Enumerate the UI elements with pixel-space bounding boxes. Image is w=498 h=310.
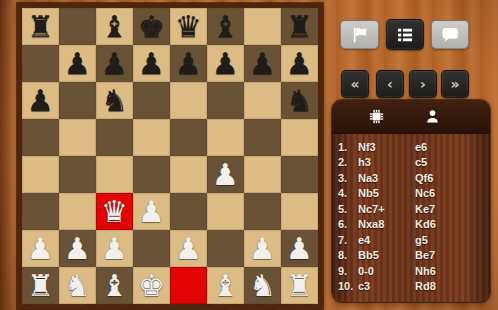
move-number: 3. — [332, 172, 353, 184]
white-knight: ♞ — [249, 267, 276, 304]
square-e3[interactable] — [170, 193, 207, 230]
square-b6[interactable] — [59, 82, 96, 119]
move-number: 10. — [332, 280, 353, 292]
square-f6[interactable] — [207, 82, 244, 119]
white-pawn: ♟ — [212, 156, 239, 193]
square-h3[interactable] — [281, 193, 318, 230]
move-number: 1. — [332, 141, 353, 153]
move-row: 7.e4g5 — [332, 232, 490, 248]
square-c7[interactable]: ♟ — [96, 45, 133, 82]
previous-move-button[interactable]: ‹ — [376, 70, 404, 98]
square-e2[interactable]: ♟ — [170, 230, 207, 267]
chat-bubble-icon — [440, 25, 460, 45]
square-f8[interactable]: ♝ — [207, 8, 244, 45]
white-move[interactable]: h3 — [353, 156, 413, 168]
move-number: 8. — [332, 249, 353, 261]
square-d5[interactable] — [133, 119, 170, 156]
move-number: 9. — [332, 265, 353, 277]
white-move[interactable]: Nc7+ — [353, 203, 413, 215]
square-g5[interactable] — [244, 119, 281, 156]
white-rook: ♜ — [286, 267, 313, 304]
square-g6[interactable] — [244, 82, 281, 119]
square-b2[interactable]: ♟ — [59, 230, 96, 267]
black-pawn: ♟ — [175, 45, 202, 82]
square-a2[interactable]: ♟ — [22, 230, 59, 267]
move-number: 5. — [332, 203, 353, 215]
black-move[interactable]: Ke7 — [413, 203, 490, 215]
square-d7[interactable]: ♟ — [133, 45, 170, 82]
white-pawn: ♟ — [175, 230, 202, 267]
white-move[interactable]: Nf3 — [353, 141, 413, 153]
square-e6[interactable] — [170, 82, 207, 119]
square-b5[interactable] — [59, 119, 96, 156]
white-knight: ♞ — [64, 267, 91, 304]
black-rook: ♜ — [286, 8, 313, 45]
black-pawn: ♟ — [286, 45, 313, 82]
white-rook: ♜ — [27, 267, 54, 304]
square-e5[interactable] — [170, 119, 207, 156]
black-move[interactable]: Nc6 — [413, 187, 490, 199]
square-f5[interactable] — [207, 119, 244, 156]
black-pawn: ♟ — [101, 45, 128, 82]
square-d8[interactable]: ♚ — [133, 8, 170, 45]
flag-icon — [350, 25, 370, 45]
white-move[interactable]: Bb5 — [353, 249, 413, 261]
square-e7[interactable]: ♟ — [170, 45, 207, 82]
white-bishop: ♝ — [101, 267, 128, 304]
black-move[interactable]: e6 — [413, 141, 490, 153]
black-move[interactable]: Nh6 — [413, 265, 490, 277]
black-king: ♚ — [138, 8, 165, 45]
chess-board: ♜♝♚♛♝♜♟♟♟♟♟♟♟♟♞♞♟♛♟♟♟♟♟♟♟♜♞♝♚♝♞♜ — [17, 3, 323, 309]
square-d3[interactable]: ♟ — [133, 193, 170, 230]
square-g3[interactable] — [244, 193, 281, 230]
square-a6[interactable]: ♟ — [22, 82, 59, 119]
square-b1[interactable]: ♞ — [59, 267, 96, 304]
move-list: 1.Nf3e62.h3c53.Na3Qf64.Nb5Nc65.Nc7+Ke76.… — [332, 134, 490, 294]
square-c3[interactable]: ♛ — [96, 193, 133, 230]
black-rook: ♜ — [27, 8, 54, 45]
black-bishop: ♝ — [101, 8, 128, 45]
square-g7[interactable]: ♟ — [244, 45, 281, 82]
square-d4[interactable] — [133, 156, 170, 193]
square-f1[interactable]: ♝ — [207, 267, 244, 304]
next-move-button[interactable]: › — [409, 70, 437, 98]
square-a8[interactable]: ♜ — [22, 8, 59, 45]
black-knight: ♞ — [286, 82, 313, 119]
white-move[interactable]: c3 — [353, 280, 413, 292]
square-d6[interactable] — [133, 82, 170, 119]
white-pawn: ♟ — [27, 230, 54, 267]
white-move[interactable]: Nxa8 — [353, 218, 413, 230]
square-f7[interactable]: ♟ — [207, 45, 244, 82]
move-list-panel: 1.Nf3e62.h3c53.Na3Qf64.Nb5Nc65.Nc7+Ke76.… — [332, 100, 490, 302]
black-move[interactable]: g5 — [413, 234, 490, 246]
black-move[interactable]: Qf6 — [413, 172, 490, 184]
white-pawn: ♟ — [249, 230, 276, 267]
black-pawn: ♟ — [138, 45, 165, 82]
black-move[interactable]: Rd8 — [413, 280, 490, 292]
white-move[interactable]: 0-0 — [353, 265, 413, 277]
square-a5[interactable] — [22, 119, 59, 156]
black-queen: ♛ — [175, 8, 202, 45]
black-move[interactable]: Kd6 — [413, 218, 490, 230]
first-move-button[interactable]: « — [341, 70, 369, 98]
resign-flag-button[interactable] — [340, 20, 379, 49]
black-pawn: ♟ — [27, 82, 54, 119]
square-h8[interactable]: ♜ — [281, 8, 318, 45]
square-g1[interactable]: ♞ — [244, 267, 281, 304]
move-row: 2.h3c5 — [332, 155, 490, 171]
white-bishop: ♝ — [212, 267, 239, 304]
computer-player-icon — [368, 108, 385, 129]
white-pawn: ♟ — [101, 230, 128, 267]
move-number: 7. — [332, 234, 353, 246]
square-g8[interactable] — [244, 8, 281, 45]
move-list-icon — [395, 25, 415, 45]
move-row: 3.Na3Qf6 — [332, 170, 490, 186]
move-row: 9.0-0Nh6 — [332, 263, 490, 279]
square-c1[interactable]: ♝ — [96, 267, 133, 304]
move-number: 2. — [332, 156, 353, 168]
square-a7[interactable] — [22, 45, 59, 82]
white-king: ♚ — [138, 267, 165, 304]
square-c6[interactable]: ♞ — [96, 82, 133, 119]
last-move-button[interactable]: » — [441, 70, 469, 98]
square-g4[interactable] — [244, 156, 281, 193]
black-move[interactable]: c5 — [413, 156, 490, 168]
human-player-icon — [424, 108, 441, 129]
square-g2[interactable]: ♟ — [244, 230, 281, 267]
square-f2[interactable] — [207, 230, 244, 267]
white-move[interactable]: e4 — [353, 234, 413, 246]
move-row: 6.Nxa8Kd6 — [332, 217, 490, 233]
black-move[interactable]: Be7 — [413, 249, 490, 261]
square-b8[interactable] — [59, 8, 96, 45]
square-e8[interactable]: ♛ — [170, 8, 207, 45]
square-a1[interactable]: ♜ — [22, 267, 59, 304]
white-pawn: ♟ — [138, 193, 165, 230]
square-a3[interactable] — [22, 193, 59, 230]
black-bishop: ♝ — [212, 8, 239, 45]
black-pawn: ♟ — [64, 45, 91, 82]
white-move[interactable]: Nb5 — [353, 187, 413, 199]
square-h1[interactable]: ♜ — [281, 267, 318, 304]
square-c2[interactable]: ♟ — [96, 230, 133, 267]
white-move[interactable]: Na3 — [353, 172, 413, 184]
white-queen: ♛ — [101, 193, 128, 230]
square-a4[interactable] — [22, 156, 59, 193]
black-pawn: ♟ — [249, 45, 276, 82]
move-row: 5.Nc7+Ke7 — [332, 201, 490, 217]
black-knight: ♞ — [101, 82, 128, 119]
square-h7[interactable]: ♟ — [281, 45, 318, 82]
square-h2[interactable]: ♟ — [281, 230, 318, 267]
move-list-button[interactable] — [386, 19, 424, 50]
square-d1[interactable]: ♚ — [133, 267, 170, 304]
square-e4[interactable] — [170, 156, 207, 193]
square-h5[interactable] — [281, 119, 318, 156]
move-row: 10.c3Rd8 — [332, 279, 490, 295]
square-c8[interactable]: ♝ — [96, 8, 133, 45]
white-pawn: ♟ — [286, 230, 313, 267]
move-number: 6. — [332, 218, 353, 230]
move-row: 8.Bb5Be7 — [332, 248, 490, 264]
move-number: 4. — [332, 187, 353, 199]
black-pawn: ♟ — [212, 45, 239, 82]
square-b4[interactable] — [59, 156, 96, 193]
chat-button[interactable] — [431, 20, 469, 49]
square-b7[interactable]: ♟ — [59, 45, 96, 82]
square-h4[interactable] — [281, 156, 318, 193]
white-pawn: ♟ — [64, 230, 91, 267]
square-h6[interactable]: ♞ — [281, 82, 318, 119]
square-f4[interactable]: ♟ — [207, 156, 244, 193]
move-list-header — [332, 100, 490, 134]
move-row: 1.Nf3e6 — [332, 139, 490, 155]
square-c5[interactable] — [96, 119, 133, 156]
square-d2[interactable] — [133, 230, 170, 267]
square-e1[interactable] — [170, 267, 207, 304]
square-c4[interactable] — [96, 156, 133, 193]
square-f3[interactable] — [207, 193, 244, 230]
move-row: 4.Nb5Nc6 — [332, 186, 490, 202]
square-b3[interactable] — [59, 193, 96, 230]
